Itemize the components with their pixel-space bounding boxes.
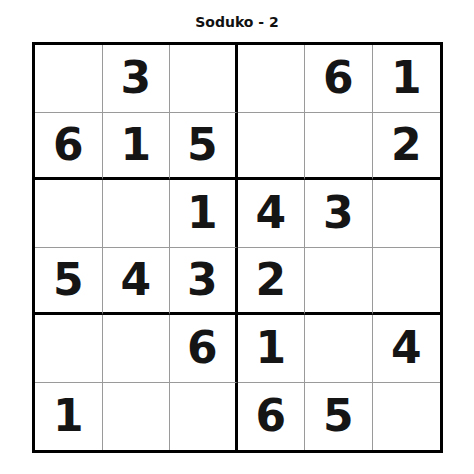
cell-r2c1-given: 6 [35, 113, 103, 181]
cell-r1c5-given: 6 [305, 45, 373, 113]
sudoku-worksheet: Soduko - 2 36161521435432614165 [0, 0, 474, 474]
cell-r6c6-empty[interactable] [373, 383, 441, 451]
puzzle-title: Soduko - 2 [0, 14, 474, 30]
cell-r2c2-given: 1 [103, 113, 171, 181]
cell-r5c1-empty[interactable] [35, 315, 103, 383]
cell-r3c1-empty[interactable] [35, 180, 103, 248]
cell-r6c4-given: 6 [238, 383, 306, 451]
sudoku-board: 36161521435432614165 [32, 42, 443, 453]
cell-r1c1-empty[interactable] [35, 45, 103, 113]
cell-r2c4-empty[interactable] [238, 113, 306, 181]
cell-r3c5-given: 3 [305, 180, 373, 248]
cell-r5c6-given: 4 [373, 315, 441, 383]
cell-r5c3-given: 6 [170, 315, 238, 383]
cell-r6c5-given: 5 [305, 383, 373, 451]
cell-r5c2-empty[interactable] [103, 315, 171, 383]
cell-r4c5-empty[interactable] [305, 248, 373, 316]
cell-r2c5-empty[interactable] [305, 113, 373, 181]
cell-r4c1-given: 5 [35, 248, 103, 316]
cell-r5c4-given: 1 [238, 315, 306, 383]
cell-r4c2-given: 4 [103, 248, 171, 316]
cell-r3c2-empty[interactable] [103, 180, 171, 248]
cell-r4c4-given: 2 [238, 248, 306, 316]
cell-r1c6-given: 1 [373, 45, 441, 113]
cell-r2c6-given: 2 [373, 113, 441, 181]
cell-r1c2-given: 3 [103, 45, 171, 113]
cell-r6c3-empty[interactable] [170, 383, 238, 451]
cell-r1c3-empty[interactable] [170, 45, 238, 113]
cell-r3c6-empty[interactable] [373, 180, 441, 248]
cell-r6c2-empty[interactable] [103, 383, 171, 451]
cell-r1c4-empty[interactable] [238, 45, 306, 113]
cell-r6c1-given: 1 [35, 383, 103, 451]
cell-r2c3-given: 5 [170, 113, 238, 181]
cell-r4c6-empty[interactable] [373, 248, 441, 316]
cell-r3c3-given: 1 [170, 180, 238, 248]
cell-r5c5-empty[interactable] [305, 315, 373, 383]
cell-r4c3-given: 3 [170, 248, 238, 316]
cell-r3c4-given: 4 [238, 180, 306, 248]
